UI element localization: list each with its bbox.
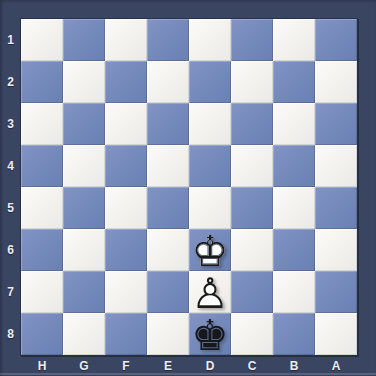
square-h5[interactable] bbox=[21, 187, 63, 229]
white-king[interactable]: ♚♔ bbox=[189, 229, 231, 271]
square-a8[interactable] bbox=[315, 313, 357, 355]
square-g5[interactable] bbox=[63, 187, 105, 229]
square-f6[interactable] bbox=[105, 229, 147, 271]
square-g1[interactable] bbox=[63, 19, 105, 61]
square-a5[interactable] bbox=[315, 187, 357, 229]
rank-label-3: 3 bbox=[0, 103, 21, 145]
square-b2[interactable] bbox=[273, 61, 315, 103]
square-a6[interactable] bbox=[315, 229, 357, 271]
square-h7[interactable] bbox=[21, 271, 63, 313]
board-grid: ♚♔♟♙♚ bbox=[21, 19, 357, 355]
rank-label-8: 8 bbox=[0, 313, 21, 355]
square-f3[interactable] bbox=[105, 103, 147, 145]
rank-label-5: 5 bbox=[0, 187, 21, 229]
square-b3[interactable] bbox=[273, 103, 315, 145]
square-h3[interactable] bbox=[21, 103, 63, 145]
rank-label-4: 4 bbox=[0, 145, 21, 187]
square-e7[interactable] bbox=[147, 271, 189, 313]
square-e5[interactable] bbox=[147, 187, 189, 229]
square-d5[interactable] bbox=[189, 187, 231, 229]
square-c4[interactable] bbox=[231, 145, 273, 187]
square-f4[interactable] bbox=[105, 145, 147, 187]
square-c1[interactable] bbox=[231, 19, 273, 61]
square-b6[interactable] bbox=[273, 229, 315, 271]
square-c3[interactable] bbox=[231, 103, 273, 145]
square-b4[interactable] bbox=[273, 145, 315, 187]
black-king[interactable]: ♚ bbox=[189, 313, 231, 355]
square-b1[interactable] bbox=[273, 19, 315, 61]
square-a1[interactable] bbox=[315, 19, 357, 61]
square-b7[interactable] bbox=[273, 271, 315, 313]
square-h4[interactable] bbox=[21, 145, 63, 187]
square-f5[interactable] bbox=[105, 187, 147, 229]
square-f2[interactable] bbox=[105, 61, 147, 103]
square-g2[interactable] bbox=[63, 61, 105, 103]
square-c7[interactable] bbox=[231, 271, 273, 313]
square-g6[interactable] bbox=[63, 229, 105, 271]
square-h8[interactable] bbox=[21, 313, 63, 355]
board-frame: ♚♔♟♙♚ bbox=[20, 18, 358, 356]
frame-bevel bbox=[0, 373, 376, 375]
square-g3[interactable] bbox=[63, 103, 105, 145]
square-e4[interactable] bbox=[147, 145, 189, 187]
square-b5[interactable] bbox=[273, 187, 315, 229]
white-pawn[interactable]: ♟♙ bbox=[189, 271, 231, 313]
square-e6[interactable] bbox=[147, 229, 189, 271]
square-f8[interactable] bbox=[105, 313, 147, 355]
square-c2[interactable] bbox=[231, 61, 273, 103]
rank-label-1: 1 bbox=[0, 19, 21, 61]
square-d2[interactable] bbox=[189, 61, 231, 103]
rank-label-7: 7 bbox=[0, 271, 21, 313]
square-f1[interactable] bbox=[105, 19, 147, 61]
square-h6[interactable] bbox=[21, 229, 63, 271]
square-h2[interactable] bbox=[21, 61, 63, 103]
rank-labels: 12345678 bbox=[0, 19, 21, 355]
square-a2[interactable] bbox=[315, 61, 357, 103]
square-a7[interactable] bbox=[315, 271, 357, 313]
square-e3[interactable] bbox=[147, 103, 189, 145]
square-c8[interactable] bbox=[231, 313, 273, 355]
square-d6[interactable]: ♚♔ bbox=[189, 229, 231, 271]
rank-label-2: 2 bbox=[0, 61, 21, 103]
square-d1[interactable] bbox=[189, 19, 231, 61]
square-g8[interactable] bbox=[63, 313, 105, 355]
square-g4[interactable] bbox=[63, 145, 105, 187]
square-a3[interactable] bbox=[315, 103, 357, 145]
square-f7[interactable] bbox=[105, 271, 147, 313]
square-c6[interactable] bbox=[231, 229, 273, 271]
square-b8[interactable] bbox=[273, 313, 315, 355]
square-d8[interactable]: ♚ bbox=[189, 313, 231, 355]
square-e8[interactable] bbox=[147, 313, 189, 355]
rank-label-6: 6 bbox=[0, 229, 21, 271]
square-e2[interactable] bbox=[147, 61, 189, 103]
square-c5[interactable] bbox=[231, 187, 273, 229]
square-a4[interactable] bbox=[315, 145, 357, 187]
chess-diagram: 12345678 ♚♔♟♙♚ HGFEDCBA bbox=[0, 0, 376, 376]
square-g7[interactable] bbox=[63, 271, 105, 313]
square-d7[interactable]: ♟♙ bbox=[189, 271, 231, 313]
square-d4[interactable] bbox=[189, 145, 231, 187]
square-h1[interactable] bbox=[21, 19, 63, 61]
square-d3[interactable] bbox=[189, 103, 231, 145]
square-e1[interactable] bbox=[147, 19, 189, 61]
